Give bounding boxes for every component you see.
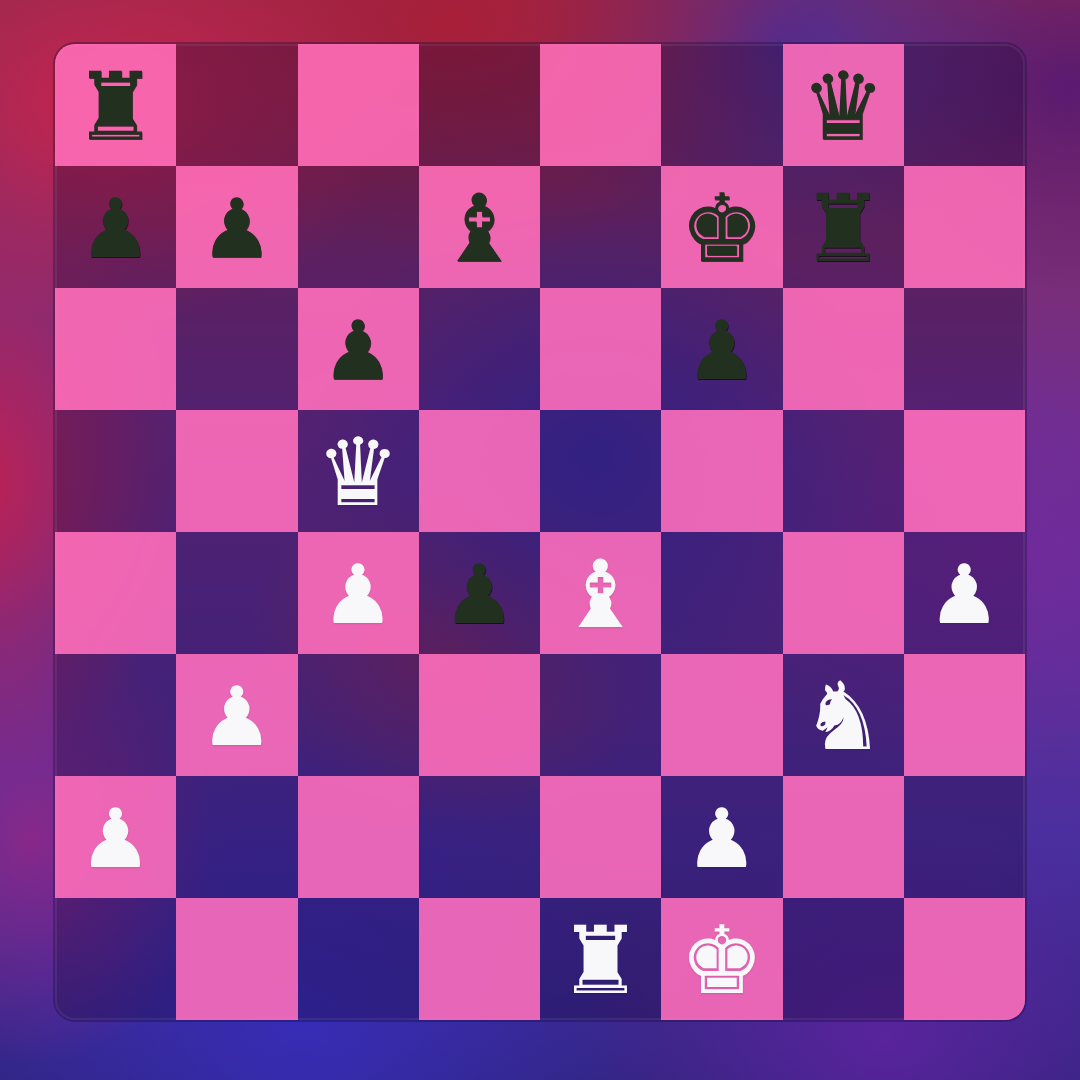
square-f1[interactable]: ♚ xyxy=(661,898,782,1020)
square-a7[interactable]: ♟ xyxy=(55,166,176,288)
square-h5[interactable] xyxy=(904,410,1025,532)
square-h7[interactable] xyxy=(904,166,1025,288)
white-pawn[interactable]: ♟ xyxy=(685,798,759,880)
black-rook[interactable]: ♜ xyxy=(801,182,885,276)
square-f3[interactable] xyxy=(661,654,782,776)
square-a3[interactable] xyxy=(55,654,176,776)
square-g8[interactable]: ♛ xyxy=(783,44,904,166)
white-queen[interactable]: ♛ xyxy=(316,426,400,520)
black-pawn[interactable]: ♟ xyxy=(79,188,153,270)
square-e6[interactable] xyxy=(540,288,661,410)
square-c6[interactable]: ♟ xyxy=(298,288,419,410)
square-a5[interactable] xyxy=(55,410,176,532)
square-h8[interactable] xyxy=(904,44,1025,166)
square-c1[interactable] xyxy=(298,898,419,1020)
black-rook[interactable]: ♜ xyxy=(73,60,157,154)
square-a4[interactable] xyxy=(55,532,176,654)
square-f6[interactable]: ♟ xyxy=(661,288,782,410)
square-g7[interactable]: ♜ xyxy=(783,166,904,288)
square-f8[interactable] xyxy=(661,44,782,166)
white-pawn[interactable]: ♟ xyxy=(79,798,153,880)
square-g3[interactable]: ♞ xyxy=(783,654,904,776)
chess-board: ♜♛♟♟♝♚♜♟♟♛♟♟♝♟♟♞♟♟♜♚ xyxy=(55,44,1025,1020)
square-e3[interactable] xyxy=(540,654,661,776)
square-d4[interactable]: ♟ xyxy=(419,532,540,654)
square-f7[interactable]: ♚ xyxy=(661,166,782,288)
square-e1[interactable]: ♜ xyxy=(540,898,661,1020)
square-d6[interactable] xyxy=(419,288,540,410)
square-e5[interactable] xyxy=(540,410,661,532)
black-queen[interactable]: ♛ xyxy=(801,60,885,154)
square-g4[interactable] xyxy=(783,532,904,654)
square-d2[interactable] xyxy=(419,776,540,898)
white-rook[interactable]: ♜ xyxy=(558,914,642,1008)
square-g1[interactable] xyxy=(783,898,904,1020)
black-pawn[interactable]: ♟ xyxy=(685,310,759,392)
tie-dye-background: ♜♛♟♟♝♚♜♟♟♛♟♟♝♟♟♞♟♟♜♚ xyxy=(0,0,1080,1080)
square-d5[interactable] xyxy=(419,410,540,532)
square-b6[interactable] xyxy=(176,288,297,410)
square-e8[interactable] xyxy=(540,44,661,166)
black-pawn[interactable]: ♟ xyxy=(200,188,274,270)
square-g2[interactable] xyxy=(783,776,904,898)
square-c8[interactable] xyxy=(298,44,419,166)
white-king[interactable]: ♚ xyxy=(680,914,764,1008)
square-e4[interactable]: ♝ xyxy=(540,532,661,654)
square-d3[interactable] xyxy=(419,654,540,776)
square-b2[interactable] xyxy=(176,776,297,898)
square-c4[interactable]: ♟ xyxy=(298,532,419,654)
square-b8[interactable] xyxy=(176,44,297,166)
square-h2[interactable] xyxy=(904,776,1025,898)
white-pawn[interactable]: ♟ xyxy=(928,554,1002,636)
square-c2[interactable] xyxy=(298,776,419,898)
square-h1[interactable] xyxy=(904,898,1025,1020)
square-d1[interactable] xyxy=(419,898,540,1020)
square-h3[interactable] xyxy=(904,654,1025,776)
white-knight[interactable]: ♞ xyxy=(801,670,885,764)
square-d8[interactable] xyxy=(419,44,540,166)
square-a2[interactable]: ♟ xyxy=(55,776,176,898)
square-h6[interactable] xyxy=(904,288,1025,410)
black-king[interactable]: ♚ xyxy=(680,182,764,276)
square-a1[interactable] xyxy=(55,898,176,1020)
white-pawn[interactable]: ♟ xyxy=(321,554,395,636)
square-f2[interactable]: ♟ xyxy=(661,776,782,898)
square-c7[interactable] xyxy=(298,166,419,288)
square-c3[interactable] xyxy=(298,654,419,776)
square-b1[interactable] xyxy=(176,898,297,1020)
square-a6[interactable] xyxy=(55,288,176,410)
square-b7[interactable]: ♟ xyxy=(176,166,297,288)
black-bishop[interactable]: ♝ xyxy=(437,182,521,276)
square-a8[interactable]: ♜ xyxy=(55,44,176,166)
square-e2[interactable] xyxy=(540,776,661,898)
square-h4[interactable]: ♟ xyxy=(904,532,1025,654)
square-g5[interactable] xyxy=(783,410,904,532)
square-b5[interactable] xyxy=(176,410,297,532)
square-g6[interactable] xyxy=(783,288,904,410)
square-b4[interactable] xyxy=(176,532,297,654)
square-f4[interactable] xyxy=(661,532,782,654)
square-d7[interactable]: ♝ xyxy=(419,166,540,288)
square-b3[interactable]: ♟ xyxy=(176,654,297,776)
black-pawn[interactable]: ♟ xyxy=(321,310,395,392)
white-pawn[interactable]: ♟ xyxy=(200,676,274,758)
square-e7[interactable] xyxy=(540,166,661,288)
black-pawn[interactable]: ♟ xyxy=(443,554,517,636)
square-c5[interactable]: ♛ xyxy=(298,410,419,532)
square-f5[interactable] xyxy=(661,410,782,532)
white-bishop[interactable]: ♝ xyxy=(558,548,642,642)
